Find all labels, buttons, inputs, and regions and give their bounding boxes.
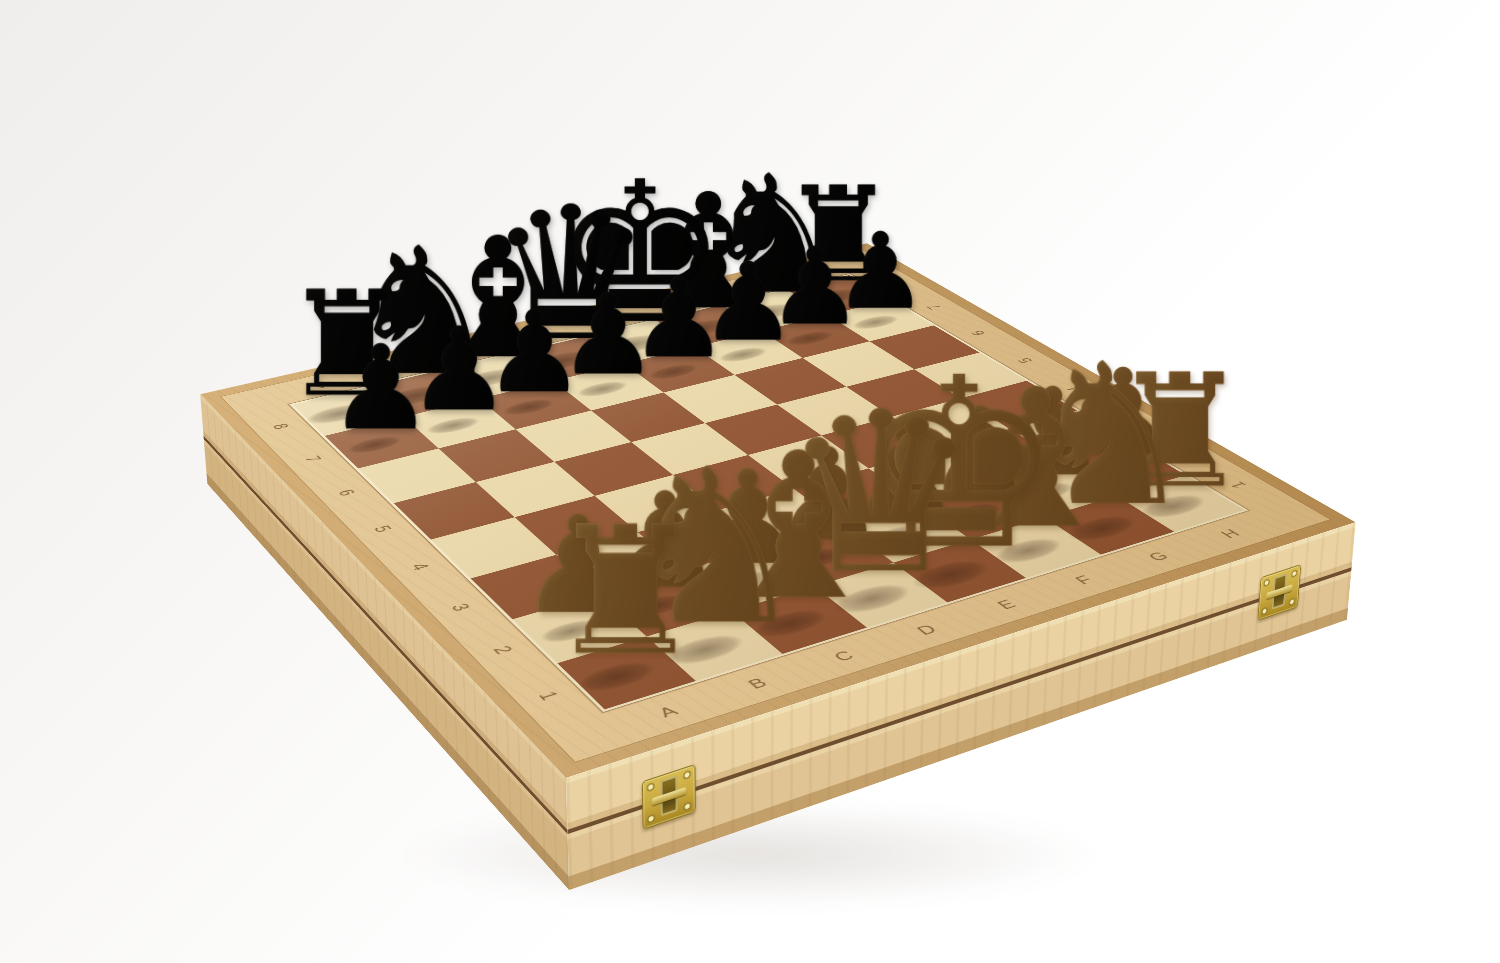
brass-latch-right	[1257, 564, 1301, 621]
photo-scene: AABBCCDDEEFFGGHH1122334455667788 ♜♞♝♛♚♝♞…	[0, 0, 1500, 963]
rook-glyph: ♜	[547, 503, 705, 680]
brass-latch-left	[642, 764, 696, 830]
chess-box: AABBCCDDEEFFGGHH1122334455667788 ♜♞♝♛♚♝♞…	[200, 243, 1356, 778]
